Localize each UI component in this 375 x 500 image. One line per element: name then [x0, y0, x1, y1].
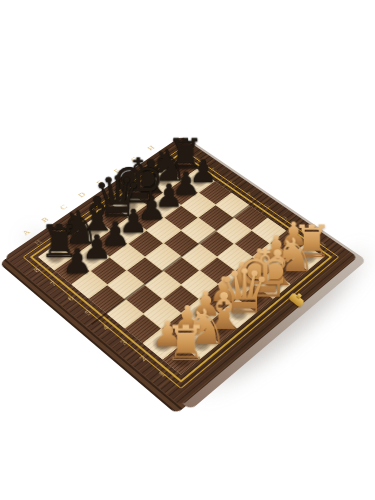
white-rook-a1[interactable]: ♜	[161, 319, 211, 368]
chess-set-photo: ♜♞♝♛♚♝♞♜♟♟♟♟♟♟♟♟♟♟♟♟♟♟♟♟♜♞♝♛♚♝♞♜ AABBCCD…	[0, 0, 375, 500]
chess-board: ♜♞♝♛♚♝♞♜♟♟♟♟♟♟♟♟♟♟♟♟♟♟♟♟♜♞♝♛♚♝♞♜ AABBCCD…	[4, 136, 358, 406]
board-frame: ♜♞♝♛♚♝♞♜♟♟♟♟♟♟♟♟♟♟♟♟♟♟♟♟♜♞♝♛♚♝♞♜ AABBCCD…	[4, 136, 358, 406]
black-pawn-a7[interactable]: ♟	[54, 244, 101, 277]
